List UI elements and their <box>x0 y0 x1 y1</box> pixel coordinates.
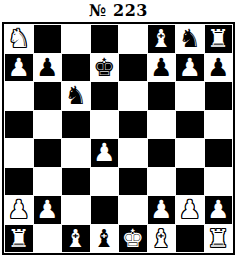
white-king-icon: ♚ <box>122 225 144 253</box>
square-a1: ♜ <box>5 225 33 253</box>
square-c6: ♞ <box>62 82 90 110</box>
white-rook-icon: ♜ <box>8 225 30 253</box>
square-e5 <box>119 111 147 139</box>
white-pawn-icon: ♟ <box>150 196 172 224</box>
square-f7: ♟ <box>148 54 176 82</box>
square-d6 <box>91 82 119 110</box>
square-c3 <box>62 168 90 196</box>
square-g6 <box>176 82 204 110</box>
square-a7: ♟ <box>5 54 33 82</box>
square-e7 <box>119 54 147 82</box>
square-h7: ♟ <box>205 54 233 82</box>
square-b8 <box>34 25 62 53</box>
white-pawn-icon: ♟ <box>36 196 58 224</box>
square-h2: ♟ <box>205 196 233 224</box>
square-g4 <box>176 139 204 167</box>
white-rook-icon: ♜ <box>207 225 229 253</box>
square-g2: ♟ <box>176 196 204 224</box>
square-c4 <box>62 139 90 167</box>
square-h1: ♜ <box>205 225 233 253</box>
square-d8 <box>91 25 119 53</box>
chess-board-frame: ♞♝♞♜♟♟♚♟♟♟♞♟♟♟♟♟♟♜♝♝♚♝♜ <box>2 22 235 255</box>
square-h4 <box>205 139 233 167</box>
square-g3 <box>176 168 204 196</box>
diagram-page: № 223 ♞♝♞♜♟♟♚♟♟♟♞♟♟♟♟♟♟♜♝♝♚♝♜ <box>0 0 237 260</box>
square-g7: ♟ <box>176 54 204 82</box>
square-g1 <box>176 225 204 253</box>
square-f3 <box>148 168 176 196</box>
square-g5 <box>176 111 204 139</box>
square-f4 <box>148 139 176 167</box>
square-c7 <box>62 54 90 82</box>
square-c1: ♝ <box>62 225 90 253</box>
black-king-icon: ♚ <box>93 54 115 82</box>
square-h5 <box>205 111 233 139</box>
square-f1: ♝ <box>148 225 176 253</box>
white-rook-icon: ♜ <box>207 25 229 53</box>
square-a6 <box>5 82 33 110</box>
puzzle-number-title: № 223 <box>0 0 237 22</box>
square-h3 <box>205 168 233 196</box>
white-pawn-icon: ♟ <box>179 54 201 82</box>
white-knight-icon: ♞ <box>8 25 30 53</box>
white-pawn-icon: ♟ <box>179 196 201 224</box>
square-e8 <box>119 25 147 53</box>
square-f5 <box>148 111 176 139</box>
black-bishop-icon: ♝ <box>93 225 115 253</box>
square-c2 <box>62 196 90 224</box>
square-f2: ♟ <box>148 196 176 224</box>
square-b5 <box>34 111 62 139</box>
square-d3 <box>91 168 119 196</box>
square-b3 <box>34 168 62 196</box>
white-bishop-icon: ♝ <box>65 225 87 253</box>
square-b7: ♟ <box>34 54 62 82</box>
white-pawn-icon: ♟ <box>8 196 30 224</box>
black-knight-icon: ♞ <box>65 82 87 110</box>
square-b4 <box>34 139 62 167</box>
square-b1 <box>34 225 62 253</box>
black-pawn-icon: ♟ <box>150 54 172 82</box>
square-e3 <box>119 168 147 196</box>
white-bishop-icon: ♝ <box>150 225 172 253</box>
square-b6 <box>34 82 62 110</box>
square-a8: ♞ <box>5 25 33 53</box>
square-d5 <box>91 111 119 139</box>
square-e2 <box>119 196 147 224</box>
white-pawn-icon: ♟ <box>8 54 30 82</box>
square-h6 <box>205 82 233 110</box>
square-a2: ♟ <box>5 196 33 224</box>
square-e1: ♚ <box>119 225 147 253</box>
white-pawn-icon: ♟ <box>207 196 229 224</box>
square-d7: ♚ <box>91 54 119 82</box>
black-pawn-icon: ♟ <box>207 54 229 82</box>
black-pawn-icon: ♟ <box>36 54 58 82</box>
square-h8: ♜ <box>205 25 233 53</box>
square-c8 <box>62 25 90 53</box>
chess-board: ♞♝♞♜♟♟♚♟♟♟♞♟♟♟♟♟♟♜♝♝♚♝♜ <box>5 25 232 252</box>
white-bishop-icon: ♝ <box>150 25 172 53</box>
square-e6 <box>119 82 147 110</box>
square-d2 <box>91 196 119 224</box>
square-d4: ♟ <box>91 139 119 167</box>
square-a4 <box>5 139 33 167</box>
square-f6 <box>148 82 176 110</box>
square-g8: ♞ <box>176 25 204 53</box>
square-a3 <box>5 168 33 196</box>
square-b2: ♟ <box>34 196 62 224</box>
white-pawn-icon: ♟ <box>93 139 115 167</box>
black-knight-icon: ♞ <box>179 25 201 53</box>
square-d1: ♝ <box>91 225 119 253</box>
square-c5 <box>62 111 90 139</box>
square-f8: ♝ <box>148 25 176 53</box>
square-e4 <box>119 139 147 167</box>
square-a5 <box>5 111 33 139</box>
